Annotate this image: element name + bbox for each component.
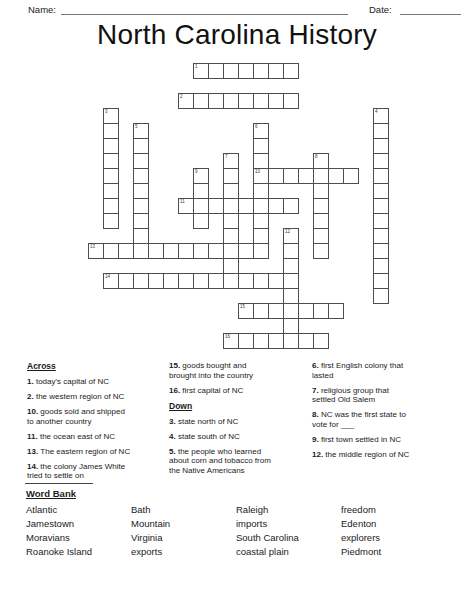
worksheet-page: Name: Date: North Carolina History 12345…	[0, 0, 474, 613]
grid-cell[interactable]	[133, 228, 149, 244]
grid-cell[interactable]	[193, 198, 209, 214]
word-bank-word: explorers	[341, 531, 446, 545]
clue-text: the ocean east of NC	[40, 432, 115, 441]
grid-cell[interactable]	[208, 273, 224, 289]
grid-cell[interactable]	[268, 303, 284, 319]
grid-cell[interactable]	[268, 168, 284, 184]
cell-number: 10	[255, 169, 260, 175]
grid-cell[interactable]	[373, 138, 389, 154]
clue-number: 9.	[312, 435, 321, 444]
word-bank-column: RaleighimportsSouth Carolinacoastal plai…	[236, 503, 341, 559]
clue: 13. The eastern region of NC	[27, 447, 163, 457]
grid-cell[interactable]	[103, 168, 119, 184]
grid-cell[interactable]	[313, 213, 329, 229]
clue-text: goods sold and shipped to another countr…	[27, 407, 125, 426]
crossword-grid: 12345678910111213141516	[88, 63, 389, 349]
name-fill-line[interactable]	[61, 14, 348, 15]
grid-cell[interactable]	[223, 183, 239, 199]
grid-cell[interactable]	[328, 303, 344, 319]
grid-cell[interactable]	[238, 93, 254, 109]
grid-cell[interactable]	[328, 168, 344, 184]
grid-cell[interactable]: 9	[193, 168, 209, 184]
clue-number: 4.	[169, 432, 178, 441]
grid-cell[interactable]: 11	[178, 198, 194, 214]
grid-cell[interactable]	[253, 198, 269, 214]
clue: 1. today's capital of NC	[27, 377, 163, 387]
word-bank-word: imports	[236, 517, 341, 531]
grid-cell[interactable]	[133, 273, 149, 289]
grid-cell[interactable]	[283, 288, 299, 304]
clue: 11. the ocean east of NC	[27, 432, 163, 442]
grid-cell[interactable]	[223, 198, 239, 214]
clue: 5. the people who learned about corn and…	[169, 447, 301, 476]
grid-cell[interactable]	[148, 243, 164, 259]
clue-section-header: Down	[169, 401, 301, 411]
grid-cell[interactable]	[133, 213, 149, 229]
clue: 10. goods sold and shipped to another co…	[27, 407, 163, 426]
grid-cell[interactable]	[313, 168, 329, 184]
grid-cell[interactable]	[253, 153, 269, 169]
clue: 2. the western region of NC	[27, 392, 163, 402]
grid-cell[interactable]	[133, 198, 149, 214]
grid-cell[interactable]: 6	[253, 123, 269, 139]
clue-column-middle: 15. goods bought and brought into the co…	[169, 361, 301, 481]
word-bank-divider	[25, 483, 93, 484]
grid-cell[interactable]	[238, 243, 254, 259]
grid-cell[interactable]	[148, 273, 164, 289]
grid-cell[interactable]	[103, 183, 119, 199]
clue-number: 15.	[169, 361, 182, 370]
grid-cell[interactable]: 16	[223, 333, 239, 349]
cell-number: 1	[195, 64, 198, 70]
grid-cell[interactable]	[298, 303, 314, 319]
grid-cell[interactable]	[298, 168, 314, 184]
grid-cell[interactable]	[253, 243, 269, 259]
grid-cell[interactable]	[238, 198, 254, 214]
grid-cell[interactable]	[163, 273, 179, 289]
clue-text: today's capital of NC	[36, 377, 109, 386]
grid-cell[interactable]	[283, 258, 299, 274]
cell-number: 7	[225, 154, 228, 160]
cell-number: 11	[180, 199, 185, 205]
grid-cell[interactable]	[283, 318, 299, 334]
word-bank-word: Atlantic	[26, 503, 131, 517]
grid-cell[interactable]	[268, 273, 284, 289]
clue-text: the middle region of NC	[325, 450, 409, 459]
grid-cell[interactable]	[238, 273, 254, 289]
grid-cell[interactable]: 2	[178, 93, 194, 109]
grid-cell[interactable]	[163, 243, 179, 259]
grid-cell[interactable]: 1	[193, 63, 209, 79]
clue-text: religious group that settled Old Salem	[312, 386, 389, 405]
word-bank-word: Moravians	[26, 531, 131, 545]
clue: 4. state south of NC	[169, 432, 301, 442]
cell-number: 12	[285, 229, 290, 235]
clue-number: 11.	[27, 432, 40, 441]
date-fill-line[interactable]	[400, 14, 461, 15]
grid-cell[interactable]	[208, 93, 224, 109]
grid-cell[interactable]	[373, 258, 389, 274]
grid-cell[interactable]	[223, 168, 239, 184]
clue-text: first capital of NC	[182, 386, 243, 395]
grid-cell[interactable]: 4	[373, 108, 389, 124]
grid-cell[interactable]	[343, 168, 359, 184]
grid-cell[interactable]: 10	[253, 168, 269, 184]
date-label: Date:	[369, 4, 392, 15]
grid-cell[interactable]	[223, 228, 239, 244]
clue-text: the people who learned about corn and to…	[169, 447, 271, 475]
grid-cell[interactable]	[373, 243, 389, 259]
grid-cell[interactable]	[283, 243, 299, 259]
word-bank-word: Edenton	[341, 517, 446, 531]
clue: 12. the middle region of NC	[312, 450, 467, 460]
grid-cell[interactable]	[373, 183, 389, 199]
clue-number: 12.	[312, 450, 325, 459]
grid-cell[interactable]	[193, 93, 209, 109]
word-bank-word: Virginia	[131, 531, 236, 545]
word-bank-word: Mountain	[131, 517, 236, 531]
grid-cell[interactable]: 14	[103, 273, 119, 289]
grid-cell[interactable]	[133, 138, 149, 154]
grid-cell[interactable]	[223, 243, 239, 259]
grid-cell[interactable]	[283, 168, 299, 184]
clue-number: 6.	[312, 361, 321, 370]
word-bank-column: AtlanticJamestownMoraviansRoanoke Island	[26, 503, 131, 559]
grid-cell[interactable]	[193, 243, 209, 259]
clue: 9. first town settled in NC	[312, 435, 467, 445]
clue-text: state north of NC	[178, 417, 238, 426]
grid-cell[interactable]: 13	[88, 243, 104, 259]
grid-cell[interactable]	[313, 198, 329, 214]
grid-cell[interactable]	[253, 333, 269, 349]
clue: 6. first English colony that lasted	[312, 361, 467, 380]
grid-cell[interactable]	[253, 213, 269, 229]
cell-number: 16	[225, 334, 230, 340]
grid-cell[interactable]	[283, 198, 299, 214]
grid-cell[interactable]	[283, 303, 299, 319]
grid-cell[interactable]	[238, 333, 254, 349]
clue: 3. state north of NC	[169, 417, 301, 427]
grid-cell[interactable]: 5	[133, 123, 149, 139]
grid-cell[interactable]	[313, 303, 329, 319]
grid-cell[interactable]	[103, 123, 119, 139]
grid-cell[interactable]	[283, 63, 299, 79]
grid-cell[interactable]	[313, 333, 329, 349]
grid-cell[interactable]	[268, 198, 284, 214]
grid-cell[interactable]	[313, 243, 329, 259]
grid-cell[interactable]	[373, 273, 389, 289]
word-bank-word: Raleigh	[236, 503, 341, 517]
grid-cell[interactable]	[223, 93, 239, 109]
grid-cell[interactable]	[373, 123, 389, 139]
grid-cell[interactable]: 3	[103, 108, 119, 124]
clue-column-left: Across1. today's capital of NC2. the wes…	[27, 361, 163, 486]
grid-cell[interactable]	[373, 288, 389, 304]
clue-column-right: 6. first English colony that lasted7. re…	[312, 361, 467, 465]
cell-number: 13	[90, 244, 95, 250]
grid-cell[interactable]	[268, 63, 284, 79]
clue-number: 1.	[27, 377, 36, 386]
grid-cell[interactable]	[103, 153, 119, 169]
clue-number: 3.	[169, 417, 178, 426]
cell-number: 5	[135, 124, 138, 130]
grid-cell[interactable]	[373, 153, 389, 169]
grid-cell[interactable]	[373, 228, 389, 244]
grid-cell[interactable]	[283, 273, 299, 289]
grid-cell[interactable]	[193, 213, 209, 229]
grid-cell[interactable]	[268, 333, 284, 349]
grid-cell[interactable]	[223, 63, 239, 79]
grid-cell[interactable]	[103, 198, 119, 214]
cell-number: 9	[195, 169, 198, 175]
word-bank-word: Bath	[131, 503, 236, 517]
grid-cell[interactable]	[253, 273, 269, 289]
grid-cell[interactable]	[178, 243, 194, 259]
grid-cell[interactable]	[298, 333, 314, 349]
word-bank-word: Roanoke Island	[26, 545, 131, 559]
grid-cell[interactable]	[133, 183, 149, 199]
grid-cell[interactable]	[223, 273, 239, 289]
grid-cell[interactable]	[208, 198, 224, 214]
word-bank-title: Word Bank	[26, 488, 76, 499]
grid-cell[interactable]	[283, 333, 299, 349]
cell-number: 15	[240, 304, 245, 310]
clue-text: the western region of NC	[36, 392, 125, 401]
grid-cell[interactable]	[253, 303, 269, 319]
word-bank: AtlanticJamestownMoraviansRoanoke Island…	[26, 503, 446, 559]
clue-number: 5.	[169, 447, 178, 456]
clue-number: 8.	[312, 410, 321, 419]
word-bank-column: freedomEdentonexplorersPiedmont	[341, 503, 446, 559]
grid-cell[interactable]	[178, 273, 194, 289]
cell-number: 3	[105, 109, 108, 115]
grid-cell[interactable]	[238, 63, 254, 79]
cell-number: 4	[375, 109, 378, 115]
grid-cell[interactable]	[193, 273, 209, 289]
clue-text: the colony James White tried to settle o…	[27, 462, 125, 481]
clue-text: goods bought and brought into the countr…	[169, 361, 253, 380]
clue-text: first English colony that lasted	[312, 361, 403, 380]
grid-cell[interactable]	[373, 213, 389, 229]
grid-cell[interactable]: 12	[283, 228, 299, 244]
grid-cell[interactable]	[283, 93, 299, 109]
word-bank-word: coastal plain	[236, 545, 341, 559]
grid-cell[interactable]	[208, 243, 224, 259]
grid-cell[interactable]	[313, 183, 329, 199]
cell-number: 8	[315, 154, 318, 160]
grid-cell[interactable]: 7	[223, 153, 239, 169]
word-bank-column: BathMountainVirginiaexports	[131, 503, 236, 559]
clue: 16. first capital of NC	[169, 386, 301, 396]
clue-section-header: Across	[27, 361, 163, 371]
clue-text: first town settled in NC	[321, 435, 401, 444]
grid-cell[interactable]	[208, 63, 224, 79]
grid-cell[interactable]	[253, 93, 269, 109]
clue-number: 2.	[27, 392, 36, 401]
clue-text: The eastern region of NC	[40, 447, 130, 456]
grid-cell[interactable]	[253, 183, 269, 199]
grid-cell[interactable]	[133, 168, 149, 184]
grid-cell[interactable]	[103, 138, 119, 154]
word-bank-word: Jamestown	[26, 517, 131, 531]
grid-cell[interactable]	[223, 258, 239, 274]
clue-number: 16.	[169, 386, 182, 395]
grid-cell[interactable]	[373, 168, 389, 184]
grid-cell[interactable]	[133, 153, 149, 169]
grid-cell[interactable]	[118, 273, 134, 289]
grid-cell[interactable]	[133, 243, 149, 259]
grid-cell[interactable]	[223, 213, 239, 229]
name-label: Name:	[28, 4, 56, 15]
grid-cell[interactable]	[193, 183, 209, 199]
grid-cell[interactable]: 15	[238, 303, 254, 319]
grid-cell[interactable]: 8	[313, 153, 329, 169]
clue: 8. NC was the first state to vote for __…	[312, 410, 467, 429]
grid-cell[interactable]	[268, 93, 284, 109]
clue-text: NC was the first state to vote for ___	[312, 410, 406, 429]
word-bank-word: exports	[131, 545, 236, 559]
grid-cell[interactable]	[373, 198, 389, 214]
clue: 7. religious group that settled Old Sale…	[312, 386, 467, 405]
grid-cell[interactable]	[253, 63, 269, 79]
grid-cell[interactable]	[103, 213, 119, 229]
clue-number: 10.	[27, 407, 40, 416]
grid-cell[interactable]	[253, 228, 269, 244]
word-bank-word: South Carolina	[236, 531, 341, 545]
clue-number: 7.	[312, 386, 321, 395]
word-bank-word: Piedmont	[341, 545, 446, 559]
word-bank-word: freedom	[341, 503, 446, 517]
grid-cell[interactable]	[313, 228, 329, 244]
cell-number: 2	[180, 94, 183, 100]
clue-number: 14.	[27, 462, 40, 471]
cell-number: 6	[255, 124, 258, 130]
clue-text: state south of NC	[178, 432, 240, 441]
grid-cell[interactable]	[253, 138, 269, 154]
clue: 14. the colony James White tried to sett…	[27, 462, 163, 481]
clue: 15. goods bought and brought into the co…	[169, 361, 301, 380]
clue-number: 13.	[27, 447, 40, 456]
page-title: North Carolina History	[0, 19, 474, 51]
cell-number: 14	[105, 274, 110, 280]
grid-cell[interactable]	[118, 243, 134, 259]
grid-cell[interactable]	[103, 243, 119, 259]
